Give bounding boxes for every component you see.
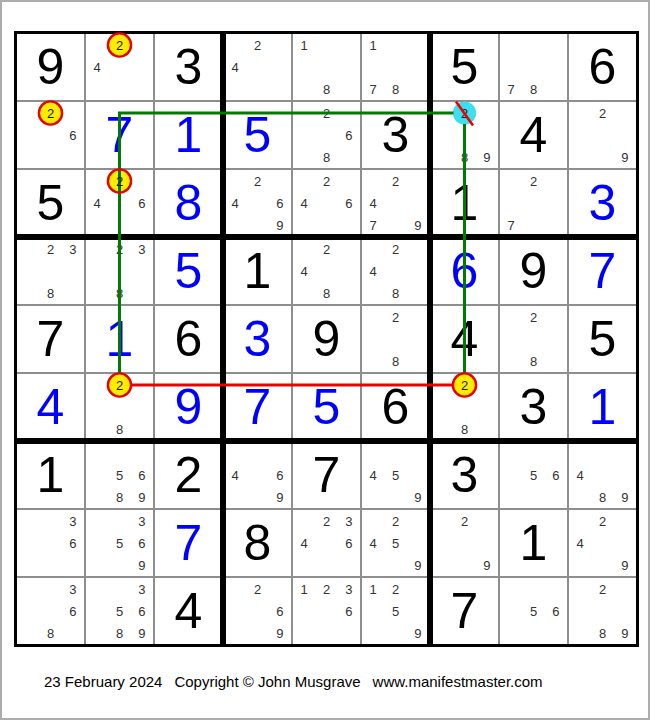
candidate-2: 2 <box>591 510 613 532</box>
pencil-marks: 56 <box>500 442 567 508</box>
cell-r1c9: 6 <box>569 34 636 100</box>
pencil-marks: 2479 <box>362 170 429 236</box>
candidate-2: 2 <box>108 374 130 396</box>
solved-digit: 7 <box>175 518 203 568</box>
candidate-9: 9 <box>476 554 498 576</box>
given-digit: 5 <box>37 178 65 228</box>
pencil-marks: 24 <box>86 34 153 100</box>
candidate-3: 3 <box>131 238 153 260</box>
candidate-4: 4 <box>86 192 108 214</box>
candidate-2: 2 <box>384 238 406 260</box>
footer-website: www.manifestmaster.com <box>373 673 543 690</box>
cell-r8c1: 36 <box>17 510 84 576</box>
cell-r5c1: 7 <box>17 306 84 372</box>
candidate-5: 5 <box>108 532 130 554</box>
candidate-2: 2 <box>384 510 406 532</box>
candidate-6: 6 <box>338 124 360 146</box>
candidate-6: 6 <box>545 464 567 486</box>
candidate-5: 5 <box>522 464 544 486</box>
cell-r5c8: 28 <box>500 306 567 372</box>
cell-r3c6: 2479 <box>362 170 429 236</box>
given-digit: 6 <box>589 42 617 92</box>
candidate-6: 6 <box>62 124 84 146</box>
cell-r1c3: 3 <box>155 34 222 100</box>
pencil-marks: 246 <box>293 170 360 236</box>
pencil-marks: 18 <box>293 34 360 100</box>
candidate-1: 1 <box>293 578 315 600</box>
candidate-4: 4 <box>569 532 591 554</box>
cell-r9c7: 7 <box>431 578 498 644</box>
candidate-2: 2 <box>39 102 61 124</box>
given-digit: 5 <box>451 42 479 92</box>
cell-r7c5: 7 <box>293 442 360 508</box>
pencil-marks: 459 <box>362 442 429 508</box>
candidate-4: 4 <box>224 192 246 214</box>
candidate-9: 9 <box>407 486 429 508</box>
given-digit: 6 <box>175 314 203 364</box>
candidate-4: 4 <box>569 464 591 486</box>
cell-r9c8: 56 <box>500 578 567 644</box>
candidate-1: 1 <box>362 34 384 56</box>
candidate-8: 8 <box>453 418 475 440</box>
cell-r1c5: 18 <box>293 34 360 100</box>
candidate-2: 2 <box>591 102 613 124</box>
candidate-2: 2 <box>453 374 475 396</box>
pencil-marks: 56 <box>500 578 567 644</box>
candidate-9: 9 <box>614 622 636 644</box>
cell-r8c6: 2459 <box>362 510 429 576</box>
pencil-marks: 246 <box>86 170 153 236</box>
candidate-9: 9 <box>131 486 153 508</box>
pencil-marks: 2469 <box>224 170 291 236</box>
candidate-8: 8 <box>522 350 544 372</box>
candidate-4: 4 <box>293 260 315 282</box>
cell-r3c5: 246 <box>293 170 360 236</box>
candidate-4: 4 <box>362 532 384 554</box>
candidate-9: 9 <box>269 214 291 236</box>
cell-r6c4: 7 <box>224 374 291 440</box>
candidate-7: 7 <box>362 78 384 100</box>
pencil-marks: 3569 <box>86 510 153 576</box>
pencil-marks: 238 <box>86 238 153 304</box>
cell-r6c7: 28 <box>431 374 498 440</box>
pencil-marks: 368 <box>17 578 84 644</box>
candidate-2: 2 <box>315 238 337 260</box>
given-digit: 3 <box>382 110 410 160</box>
candidate-8: 8 <box>108 486 130 508</box>
candidate-9: 9 <box>131 554 153 576</box>
candidate-2: 2 <box>591 578 613 600</box>
given-digit: 1 <box>520 518 548 568</box>
cell-r7c8: 56 <box>500 442 567 508</box>
pencil-marks: 178 <box>362 34 429 100</box>
given-digit: 1 <box>37 450 65 500</box>
given-digit: 6 <box>382 382 410 432</box>
pencil-marks: 249 <box>569 510 636 576</box>
pencil-marks: 248 <box>293 238 360 304</box>
cell-r1c2: 24 <box>86 34 153 100</box>
pencil-marks: 5689 <box>86 442 153 508</box>
pencil-marks: 289 <box>569 578 636 644</box>
cell-r3c1: 5 <box>17 170 84 236</box>
cell-r3c8: 27 <box>500 170 567 236</box>
pencil-marks: 269 <box>224 578 291 644</box>
candidate-2: 2 <box>315 510 337 532</box>
candidate-8: 8 <box>591 486 613 508</box>
footer-date: 23 February 2024 <box>44 673 162 690</box>
cell-r6c6: 6 <box>362 374 429 440</box>
cell-r7c7: 3 <box>431 442 498 508</box>
cell-r4c9: 7 <box>569 238 636 304</box>
cell-r5c5: 9 <box>293 306 360 372</box>
solved-digit: 7 <box>106 110 134 160</box>
cell-r5c9: 5 <box>569 306 636 372</box>
cell-r1c4: 24 <box>224 34 291 100</box>
candidate-5: 5 <box>384 464 406 486</box>
pencil-marks: 238 <box>17 238 84 304</box>
pencil-marks: 27 <box>500 170 567 236</box>
candidate-2: 2 <box>453 102 475 124</box>
given-digit: 4 <box>520 110 548 160</box>
pencil-marks: 28 <box>362 306 429 372</box>
cell-r4c3: 5 <box>155 238 222 304</box>
cell-r9c1: 368 <box>17 578 84 644</box>
candidate-1: 1 <box>293 34 315 56</box>
given-digit: 7 <box>451 586 479 636</box>
candidate-6: 6 <box>338 600 360 622</box>
given-digit: 9 <box>313 314 341 364</box>
pencil-marks: 1236 <box>293 578 360 644</box>
cell-r3c9: 3 <box>569 170 636 236</box>
given-digit: 4 <box>451 314 479 364</box>
cell-r8c5: 2346 <box>293 510 360 576</box>
sudoku-board: 9243241817857862671526832894295246824692… <box>14 31 639 647</box>
candidate-2: 2 <box>246 34 268 56</box>
given-digit: 4 <box>175 586 203 636</box>
candidate-7: 7 <box>362 214 384 236</box>
candidate-4: 4 <box>293 532 315 554</box>
candidate-6: 6 <box>131 192 153 214</box>
cell-r5c4: 3 <box>224 306 291 372</box>
footer: 23 February 2024 Copyright © John Musgra… <box>44 673 543 690</box>
cell-r5c7: 4 <box>431 306 498 372</box>
candidate-5: 5 <box>522 600 544 622</box>
given-digit: 7 <box>313 450 341 500</box>
candidate-6: 6 <box>269 464 291 486</box>
candidate-9: 9 <box>269 486 291 508</box>
candidate-2: 2 <box>384 578 406 600</box>
cell-r6c5: 5 <box>293 374 360 440</box>
candidate-8: 8 <box>591 622 613 644</box>
candidate-6: 6 <box>131 532 153 554</box>
candidate-4: 4 <box>224 56 246 78</box>
candidate-9: 9 <box>614 146 636 168</box>
cell-r8c2: 3569 <box>86 510 153 576</box>
candidate-9: 9 <box>269 622 291 644</box>
solved-digit: 5 <box>244 110 272 160</box>
candidate-2: 2 <box>246 578 268 600</box>
cell-r1c7: 5 <box>431 34 498 100</box>
cell-r2c6: 3 <box>362 102 429 168</box>
candidate-8: 8 <box>108 418 130 440</box>
candidate-3: 3 <box>62 238 84 260</box>
candidate-9: 9 <box>476 146 498 168</box>
candidate-5: 5 <box>384 532 406 554</box>
cell-r6c9: 1 <box>569 374 636 440</box>
candidate-9: 9 <box>407 554 429 576</box>
cell-r6c1: 4 <box>17 374 84 440</box>
cell-r3c7: 1 <box>431 170 498 236</box>
pencil-marks: 78 <box>500 34 567 100</box>
cell-r7c4: 469 <box>224 442 291 508</box>
given-digit: 5 <box>589 314 617 364</box>
cell-r9c2: 35689 <box>86 578 153 644</box>
cell-r9c5: 1236 <box>293 578 360 644</box>
cell-r7c1: 1 <box>17 442 84 508</box>
candidate-3: 3 <box>131 578 153 600</box>
candidate-8: 8 <box>108 622 130 644</box>
cell-r5c6: 28 <box>362 306 429 372</box>
pencil-marks: 36 <box>17 510 84 576</box>
cell-r9c6: 1259 <box>362 578 429 644</box>
pencil-marks: 28 <box>86 374 153 440</box>
cell-r4c5: 248 <box>293 238 360 304</box>
cell-r5c3: 6 <box>155 306 222 372</box>
cell-r8c9: 249 <box>569 510 636 576</box>
given-digit: 3 <box>451 450 479 500</box>
candidate-3: 3 <box>62 510 84 532</box>
cell-r6c3: 9 <box>155 374 222 440</box>
candidate-9: 9 <box>131 622 153 644</box>
candidate-4: 4 <box>362 260 384 282</box>
candidate-6: 6 <box>269 192 291 214</box>
given-digit: 7 <box>37 314 65 364</box>
solved-digit: 1 <box>175 110 203 160</box>
given-digit: 8 <box>244 518 272 568</box>
cell-r3c2: 246 <box>86 170 153 236</box>
pencil-marks: 289 <box>431 102 498 168</box>
candidate-8: 8 <box>453 146 475 168</box>
candidate-6: 6 <box>131 600 153 622</box>
candidate-2: 2 <box>522 306 544 328</box>
pencil-marks: 28 <box>500 306 567 372</box>
candidate-8: 8 <box>39 282 61 304</box>
candidate-3: 3 <box>338 510 360 532</box>
solved-digit: 7 <box>589 246 617 296</box>
cell-r7c2: 5689 <box>86 442 153 508</box>
cell-r8c8: 1 <box>500 510 567 576</box>
pencil-marks: 1259 <box>362 578 429 644</box>
cell-r2c5: 268 <box>293 102 360 168</box>
candidate-2: 2 <box>315 102 337 124</box>
cell-r7c9: 489 <box>569 442 636 508</box>
solved-digit: 5 <box>313 382 341 432</box>
candidate-6: 6 <box>62 600 84 622</box>
candidate-8: 8 <box>315 282 337 304</box>
pencil-marks: 268 <box>293 102 360 168</box>
candidate-4: 4 <box>293 192 315 214</box>
candidate-8: 8 <box>384 350 406 372</box>
pencil-marks: 29 <box>431 510 498 576</box>
cell-r1c8: 78 <box>500 34 567 100</box>
given-digit: 3 <box>520 382 548 432</box>
candidate-4: 4 <box>362 192 384 214</box>
solved-digit: 1 <box>106 314 134 364</box>
candidate-2: 2 <box>315 578 337 600</box>
candidate-2: 2 <box>453 510 475 532</box>
candidate-3: 3 <box>131 510 153 532</box>
candidate-2: 2 <box>315 170 337 192</box>
pencil-marks: 248 <box>362 238 429 304</box>
candidate-9: 9 <box>407 214 429 236</box>
candidate-7: 7 <box>500 78 522 100</box>
pencil-marks: 2459 <box>362 510 429 576</box>
cell-r2c3: 1 <box>155 102 222 168</box>
cell-r4c2: 238 <box>86 238 153 304</box>
given-digit: 3 <box>175 42 203 92</box>
candidate-8: 8 <box>315 146 337 168</box>
candidate-6: 6 <box>131 464 153 486</box>
candidate-2: 2 <box>108 170 130 192</box>
candidate-2: 2 <box>384 306 406 328</box>
cell-r4c8: 9 <box>500 238 567 304</box>
candidate-8: 8 <box>522 78 544 100</box>
candidate-1: 1 <box>362 578 384 600</box>
pencil-marks: 489 <box>569 442 636 508</box>
cell-r9c4: 269 <box>224 578 291 644</box>
cell-r8c7: 29 <box>431 510 498 576</box>
cell-r4c1: 238 <box>17 238 84 304</box>
candidate-8: 8 <box>39 622 61 644</box>
candidate-5: 5 <box>384 600 406 622</box>
cell-r6c2: 28 <box>86 374 153 440</box>
candidate-9: 9 <box>407 622 429 644</box>
candidate-9: 9 <box>614 486 636 508</box>
cell-r9c9: 289 <box>569 578 636 644</box>
candidate-3: 3 <box>338 578 360 600</box>
candidate-8: 8 <box>384 78 406 100</box>
cell-r1c6: 178 <box>362 34 429 100</box>
candidate-4: 4 <box>362 464 384 486</box>
candidate-2: 2 <box>384 170 406 192</box>
cell-r9c3: 4 <box>155 578 222 644</box>
candidate-3: 3 <box>62 578 84 600</box>
given-digit: 2 <box>175 450 203 500</box>
given-digit: 9 <box>37 42 65 92</box>
pencil-marks: 28 <box>431 374 498 440</box>
sudoku-diagram-page: 9243241817857862671526832894295246824692… <box>0 0 650 720</box>
cell-r1c1: 9 <box>17 34 84 100</box>
pencil-marks: 469 <box>224 442 291 508</box>
candidate-4: 4 <box>86 56 108 78</box>
candidate-6: 6 <box>269 600 291 622</box>
cell-r2c4: 5 <box>224 102 291 168</box>
candidate-5: 5 <box>108 600 130 622</box>
pencil-marks: 29 <box>569 102 636 168</box>
pencil-marks: 2346 <box>293 510 360 576</box>
candidate-8: 8 <box>315 78 337 100</box>
cell-r8c3: 7 <box>155 510 222 576</box>
candidate-6: 6 <box>338 192 360 214</box>
cell-r2c9: 29 <box>569 102 636 168</box>
candidate-5: 5 <box>108 464 130 486</box>
cell-r3c3: 8 <box>155 170 222 236</box>
cell-r4c4: 1 <box>224 238 291 304</box>
given-digit: 1 <box>244 246 272 296</box>
pencil-marks: 24 <box>224 34 291 100</box>
sudoku-grid: 9243241817857862671526832894295246824692… <box>17 34 636 644</box>
solved-digit: 6 <box>451 246 479 296</box>
cell-r2c7: 289 <box>431 102 498 168</box>
solved-digit: 4 <box>37 382 65 432</box>
candidate-9: 9 <box>614 554 636 576</box>
candidate-2: 2 <box>522 170 544 192</box>
cell-r4c7: 6 <box>431 238 498 304</box>
given-digit: 1 <box>451 178 479 228</box>
solved-digit: 8 <box>175 178 203 228</box>
solved-digit: 7 <box>244 382 272 432</box>
candidate-4: 4 <box>224 464 246 486</box>
footer-copyright: Copyright © John Musgrave <box>174 673 360 690</box>
candidate-6: 6 <box>545 600 567 622</box>
cell-r7c3: 2 <box>155 442 222 508</box>
candidate-2: 2 <box>108 34 130 56</box>
candidate-7: 7 <box>500 214 522 236</box>
solved-digit: 1 <box>589 382 617 432</box>
pencil-marks: 35689 <box>86 578 153 644</box>
candidate-2: 2 <box>246 170 268 192</box>
candidate-2: 2 <box>108 238 130 260</box>
cell-r6c8: 3 <box>500 374 567 440</box>
solved-digit: 3 <box>244 314 272 364</box>
cell-r2c2: 7 <box>86 102 153 168</box>
candidate-8: 8 <box>384 282 406 304</box>
cell-r2c1: 26 <box>17 102 84 168</box>
candidate-8: 8 <box>108 282 130 304</box>
candidate-2: 2 <box>39 238 61 260</box>
solved-digit: 9 <box>175 382 203 432</box>
solved-digit: 3 <box>589 178 617 228</box>
cell-r8c4: 8 <box>224 510 291 576</box>
cell-r2c8: 4 <box>500 102 567 168</box>
given-digit: 9 <box>520 246 548 296</box>
candidate-6: 6 <box>62 532 84 554</box>
candidate-6: 6 <box>338 532 360 554</box>
cell-r3c4: 2469 <box>224 170 291 236</box>
solved-digit: 5 <box>175 246 203 296</box>
pencil-marks: 26 <box>17 102 84 168</box>
cell-r5c2: 1 <box>86 306 153 372</box>
cell-r7c6: 459 <box>362 442 429 508</box>
cell-r4c6: 248 <box>362 238 429 304</box>
